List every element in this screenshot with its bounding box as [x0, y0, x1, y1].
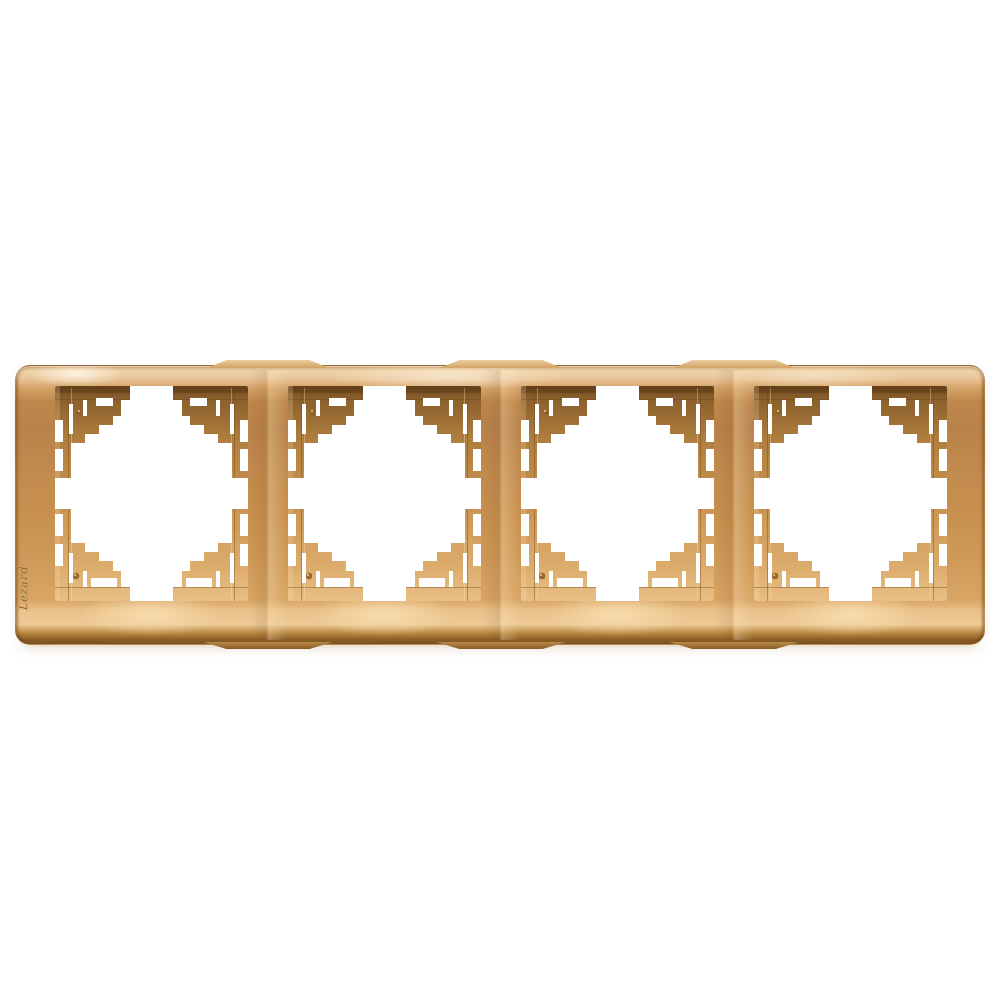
module-opening [754, 386, 947, 601]
product-photo: Lezard [0, 0, 1000, 1000]
module-opening [55, 386, 248, 601]
module-opening [521, 386, 714, 601]
module-row [16, 366, 984, 644]
module-opening [288, 386, 481, 601]
wall-plate-frame: Lezard [15, 365, 985, 645]
